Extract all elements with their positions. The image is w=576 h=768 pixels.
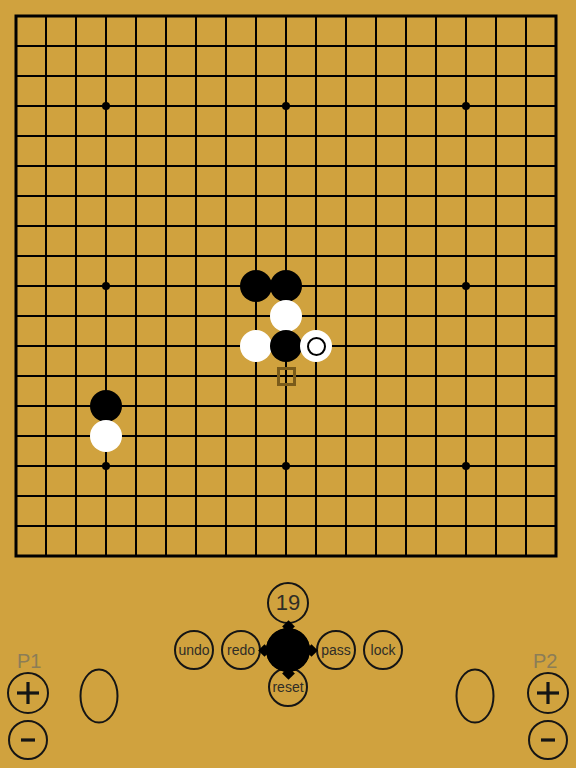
lock-button[interactable]: lock xyxy=(363,630,403,670)
player1-stone-tray xyxy=(78,667,120,725)
black-stone xyxy=(240,270,272,302)
player2-stone-tray xyxy=(454,667,496,725)
player2-label: P2 xyxy=(533,651,557,671)
turn-indicator-stone[interactable] xyxy=(266,628,310,672)
square-marker xyxy=(277,367,296,386)
black-stone xyxy=(270,330,302,362)
plus-icon xyxy=(537,682,559,704)
black-stone xyxy=(90,390,122,422)
player1-plus-button[interactable] xyxy=(6,671,50,715)
undo-button[interactable]: undo xyxy=(174,630,214,670)
go-board[interactable] xyxy=(1,1,571,571)
go-app: 19 undo redo pass lock reset P1 P2 xyxy=(0,0,576,768)
player2-minus-button[interactable] xyxy=(528,720,568,760)
white-stone xyxy=(300,330,332,362)
white-stone xyxy=(90,420,122,452)
redo-button[interactable]: redo xyxy=(221,630,261,670)
black-stone xyxy=(270,270,302,302)
stones-layer xyxy=(1,1,571,571)
player1-minus-button[interactable] xyxy=(8,720,48,760)
board-size-button[interactable]: 19 xyxy=(267,582,309,624)
player1-label: P1 xyxy=(17,651,41,671)
plus-icon xyxy=(17,682,39,704)
black-stone-icon xyxy=(266,628,310,672)
white-stone xyxy=(240,330,272,362)
last-move-marker xyxy=(307,337,326,356)
pass-button[interactable]: pass xyxy=(316,630,356,670)
white-stone xyxy=(270,300,302,332)
player2-plus-button[interactable] xyxy=(526,671,570,715)
